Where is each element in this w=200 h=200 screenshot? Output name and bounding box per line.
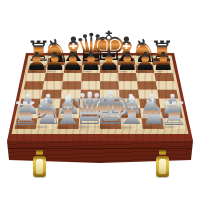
piece-black-bishop-f8: ♝ [110, 34, 143, 66]
piece-white-pawn-c2: ♟ [55, 92, 83, 118]
piece-black-bishop-c8: ♝ [57, 34, 90, 66]
piece-white-bishop-f1: ♝ [113, 93, 152, 130]
piece-white-pawn-d2: ♟ [76, 92, 104, 118]
piece-shadow [31, 125, 51, 130]
piece-shadow [26, 62, 41, 66]
piece-black-pawn-g7: ♟ [133, 50, 158, 74]
piece-white-knight-g1: ♞ [135, 95, 172, 130]
piece-white-pawn-e2: ♟ [96, 92, 124, 118]
piece-shadow [26, 70, 40, 73]
piece-shadow [78, 115, 93, 119]
piece-black-queen-d8: ♛ [72, 30, 111, 67]
piece-black-rook-h8: ♜ [148, 39, 176, 66]
chess-pieces: ♜♞♝♛♚♝♞♜♟♟♟♟♟♟♟♟♟♟♟♟♟♟♟♟♜♞♝♛♚♝♞♜ [0, 0, 200, 200]
piece-white-pawn-f2: ♟ [117, 92, 145, 118]
piece-shadow [140, 115, 155, 119]
piece-shadow [98, 70, 112, 73]
piece-white-queen-d1: ♛ [67, 88, 112, 130]
piece-shadow [52, 125, 73, 130]
piece-black-pawn-a7: ♟ [24, 50, 49, 74]
piece-white-king-e1: ♚ [87, 86, 134, 130]
piece-shadow [92, 61, 114, 66]
piece-black-pawn-h7: ♟ [151, 50, 176, 74]
piece-white-pawn-g2: ♟ [138, 92, 166, 118]
piece-shadow [62, 70, 76, 73]
piece-shadow [131, 62, 148, 66]
piece-shadow [119, 115, 134, 119]
piece-black-pawn-c7: ♟ [60, 50, 85, 74]
piece-white-knight-b1: ♞ [29, 95, 66, 130]
piece-black-pawn-b7: ♟ [42, 50, 67, 74]
piece-shadow [80, 70, 94, 73]
piece-shadow [12, 125, 30, 129]
piece-shadow [161, 125, 179, 129]
piece-white-bishop-c1: ♝ [49, 93, 88, 130]
piece-shadow [44, 70, 58, 73]
piece-shadow [70, 124, 95, 130]
piece-shadow [153, 70, 167, 73]
piece-white-pawn-h2: ♟ [159, 92, 187, 118]
piece-shadow [91, 124, 117, 130]
piece-black-knight-g8: ♞ [128, 36, 160, 66]
piece-white-rook-a1: ♜ [9, 99, 41, 130]
piece-shadow [98, 115, 113, 119]
piece-shadow [36, 115, 51, 119]
piece-shadow [161, 115, 176, 119]
piece-shadow [115, 125, 136, 130]
piece-black-king-e8: ♚ [89, 28, 129, 66]
piece-black-knight-b8: ♞ [40, 36, 72, 66]
piece-shadow [16, 115, 31, 119]
piece-shadow [150, 62, 165, 66]
piece-shadow [134, 70, 148, 73]
piece-shadow [42, 62, 59, 66]
piece-black-pawn-e7: ♟ [97, 50, 122, 74]
piece-black-pawn-f7: ♟ [115, 50, 140, 74]
piece-black-pawn-d7: ♟ [78, 50, 103, 74]
chess-set-product-photo: ♜♞♝♛♚♝♞♜♟♟♟♟♟♟♟♟♟♟♟♟♟♟♟♟♜♞♝♛♚♝♞♜ [0, 0, 200, 200]
piece-shadow [138, 125, 158, 130]
piece-shadow [59, 62, 77, 66]
piece-shadow [75, 61, 96, 66]
piece-white-pawn-a2: ♟ [14, 92, 42, 118]
piece-shadow [57, 115, 72, 119]
piece-shadow [116, 70, 130, 73]
piece-black-rook-a8: ♜ [24, 39, 52, 66]
piece-shadow [112, 62, 130, 66]
piece-white-pawn-b2: ♟ [34, 92, 62, 118]
piece-white-rook-h1: ♜ [158, 99, 190, 130]
